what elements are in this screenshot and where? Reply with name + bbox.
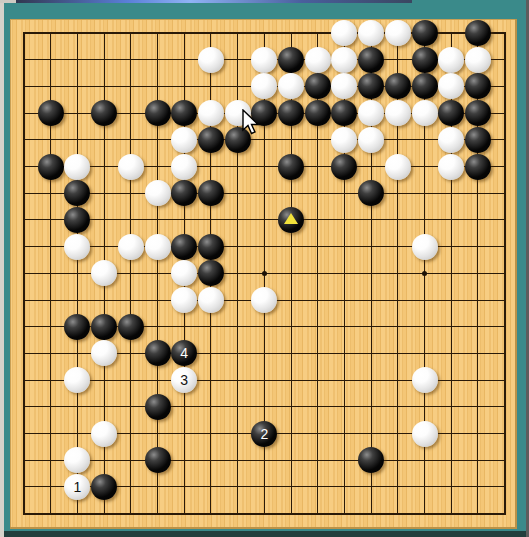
go-stone-black[interactable] [91,100,117,126]
go-stone-white[interactable] [412,100,438,126]
go-stone-white[interactable] [465,47,491,73]
go-stone-white[interactable] [64,234,90,260]
go-stone-white[interactable] [385,20,411,46]
go-stone-white[interactable]: 1 [64,474,90,500]
last-move-triangle-marker [284,213,298,224]
go-stone-white[interactable] [171,154,197,180]
titlebar-sliver [16,0,412,3]
go-stone-black[interactable] [198,234,224,260]
go-stone-black[interactable] [38,100,64,126]
move-number-label: 1 [64,474,90,500]
go-stone-white[interactable]: 3 [171,367,197,393]
go-stone-black[interactable] [358,47,384,73]
go-stone-white[interactable] [331,47,357,73]
move-number-label: 2 [251,421,277,447]
go-stone-white[interactable] [358,127,384,153]
go-stone-white[interactable] [91,421,117,447]
go-stone-white[interactable] [305,47,331,73]
go-stone-black[interactable] [465,154,491,180]
go-stone-black[interactable] [278,154,304,180]
go-stone-black[interactable] [465,100,491,126]
go-stone-white[interactable] [358,100,384,126]
go-stone-black[interactable] [412,73,438,99]
go-stone-white[interactable] [198,47,224,73]
go-stone-black[interactable] [38,154,64,180]
go-stone-black[interactable] [198,180,224,206]
go-stone-black[interactable] [412,20,438,46]
go-stone-black[interactable]: 2 [251,421,277,447]
go-stone-white[interactable] [331,127,357,153]
go-stone-black[interactable] [331,154,357,180]
go-stone-black[interactable] [305,73,331,99]
go-stone-white[interactable] [225,100,251,126]
go-stone-white[interactable] [118,234,144,260]
star-point [262,271,267,276]
go-stone-white[interactable] [198,100,224,126]
go-stone-black[interactable] [91,314,117,340]
go-stone-black[interactable] [91,474,117,500]
go-stone-black[interactable] [171,234,197,260]
go-stone-white[interactable] [438,127,464,153]
go-stone-white[interactable] [385,100,411,126]
go-stone-black[interactable] [145,447,171,473]
star-point [422,271,427,276]
go-stone-black[interactable] [278,100,304,126]
go-stone-white[interactable] [64,154,90,180]
go-stone-black[interactable] [225,127,251,153]
go-stone-black[interactable] [198,127,224,153]
go-stone-black[interactable] [465,127,491,153]
go-stone-black[interactable] [145,100,171,126]
go-stone-white[interactable] [251,47,277,73]
go-stone-white[interactable] [145,180,171,206]
go-stone-white[interactable] [438,154,464,180]
go-stone-black[interactable] [412,47,438,73]
go-stone-black[interactable] [118,314,144,340]
go-stone-white[interactable] [198,287,224,313]
go-stone-white[interactable] [412,367,438,393]
go-stone-white[interactable] [171,287,197,313]
go-stone-white[interactable] [358,20,384,46]
go-stone-black[interactable] [278,207,304,233]
go-viewer-window: 4321 [0,0,529,537]
go-stone-black[interactable] [278,47,304,73]
move-number-label: 3 [171,367,197,393]
move-number-label: 4 [171,340,197,366]
go-stone-white[interactable] [412,234,438,260]
go-stone-black[interactable] [385,73,411,99]
go-stone-black[interactable] [145,394,171,420]
go-stone-black[interactable] [305,100,331,126]
go-stone-black[interactable] [465,20,491,46]
go-stone-white[interactable] [438,47,464,73]
go-stone-black[interactable]: 4 [171,340,197,366]
window-bottom-edge [4,531,526,537]
go-stone-black[interactable] [145,340,171,366]
go-stone-white[interactable] [118,154,144,180]
go-stone-white[interactable] [171,127,197,153]
go-stone-white[interactable] [385,154,411,180]
go-stone-black[interactable] [64,314,90,340]
go-stone-white[interactable] [412,421,438,447]
go-stone-white[interactable] [145,234,171,260]
go-stone-black[interactable] [198,260,224,286]
window-left-edge [0,3,4,537]
